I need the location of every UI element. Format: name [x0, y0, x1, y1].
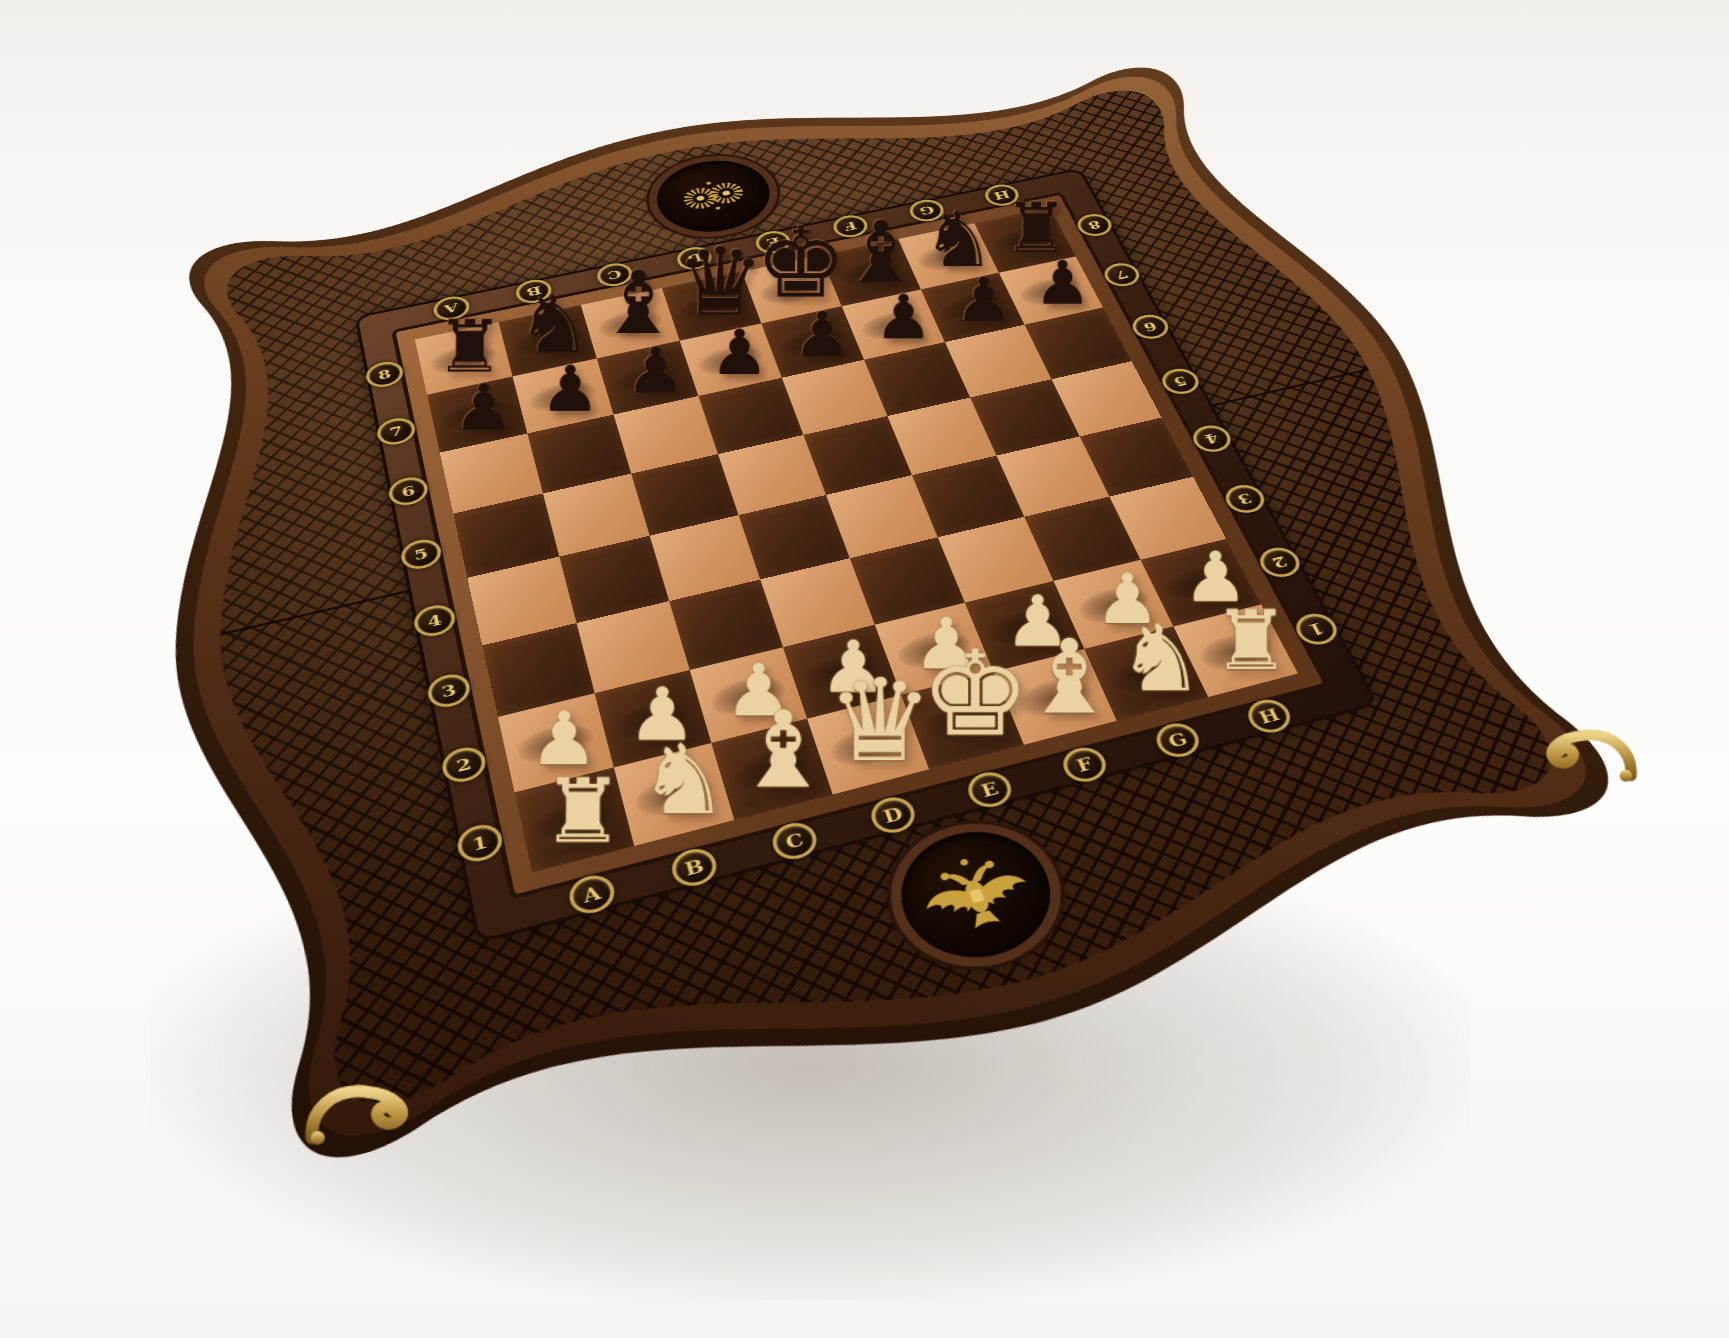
- brass-scroll-foot-icon: [303, 1075, 435, 1146]
- sun-rosette-icon: [657, 159, 770, 234]
- brass-scroll-foot-icon: [1522, 721, 1638, 783]
- photo-scene: ♜♞♝♛♚♝♞♜♟♟♟♟♟♟♟♟♟♟♟♟♟♟♟♟♜♞♝♛♚♝♞♜: [0, 0, 1729, 1338]
